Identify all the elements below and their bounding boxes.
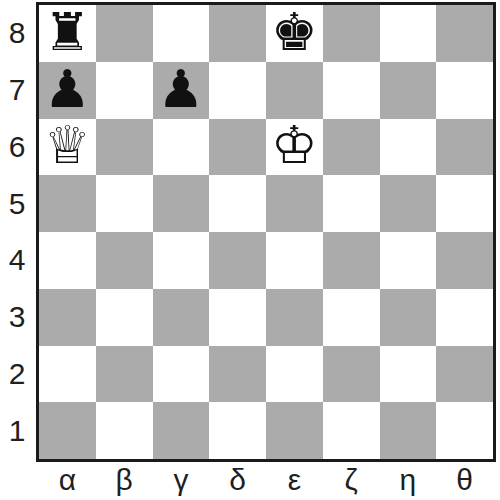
square-η2[interactable] — [380, 346, 437, 403]
square-δ5[interactable] — [209, 175, 266, 232]
square-δ4[interactable] — [209, 232, 266, 289]
file-label-α: α — [39, 462, 96, 498]
square-η5[interactable] — [380, 175, 437, 232]
rank-labels: 87654321 — [0, 5, 34, 459]
square-β7[interactable] — [96, 62, 153, 119]
square-γ2[interactable] — [153, 346, 210, 403]
file-label-ε: ε — [266, 462, 323, 498]
square-γ7[interactable]: ♟ — [153, 62, 210, 119]
square-α5[interactable] — [39, 175, 96, 232]
file-labels: αβγδεζηθ — [39, 462, 493, 498]
file-label-δ: δ — [209, 462, 266, 498]
square-ζ6[interactable] — [323, 119, 380, 176]
rank-label-5: 5 — [0, 175, 34, 232]
file-label-β: β — [96, 462, 153, 498]
rank-label-1: 1 — [0, 402, 34, 459]
rank-label-4: 4 — [0, 232, 34, 289]
file-label-θ: θ — [436, 462, 493, 498]
square-θ8[interactable] — [436, 5, 493, 62]
square-γ3[interactable] — [153, 289, 210, 346]
square-ζ5[interactable] — [323, 175, 380, 232]
square-β3[interactable] — [96, 289, 153, 346]
square-ζ4[interactable] — [323, 232, 380, 289]
square-α2[interactable] — [39, 346, 96, 403]
square-η6[interactable] — [380, 119, 437, 176]
square-γ4[interactable] — [153, 232, 210, 289]
square-γ5[interactable] — [153, 175, 210, 232]
square-β8[interactable] — [96, 5, 153, 62]
square-δ3[interactable] — [209, 289, 266, 346]
square-ε2[interactable] — [266, 346, 323, 403]
square-ζ7[interactable] — [323, 62, 380, 119]
rank-label-8: 8 — [0, 5, 34, 62]
square-η8[interactable] — [380, 5, 437, 62]
square-δ8[interactable] — [209, 5, 266, 62]
square-ε6[interactable]: ♔ — [266, 119, 323, 176]
square-γ6[interactable] — [153, 119, 210, 176]
square-δ2[interactable] — [209, 346, 266, 403]
square-β5[interactable] — [96, 175, 153, 232]
square-ζ3[interactable] — [323, 289, 380, 346]
square-ζ2[interactable] — [323, 346, 380, 403]
square-η3[interactable] — [380, 289, 437, 346]
chess-board: ♜♚♟♟♕♔ — [36, 2, 496, 462]
square-θ1[interactable] — [436, 402, 493, 459]
rank-label-3: 3 — [0, 289, 34, 346]
piece-black-king[interactable]: ♚ — [266, 5, 323, 62]
square-α1[interactable] — [39, 402, 96, 459]
piece-black-rook[interactable]: ♜ — [39, 5, 96, 62]
square-ζ8[interactable] — [323, 5, 380, 62]
square-ε7[interactable] — [266, 62, 323, 119]
chess-diagram: 87654321 ♜♚♟♟♕♔ αβγδεζηθ — [0, 0, 500, 500]
square-θ6[interactable] — [436, 119, 493, 176]
file-label-γ: γ — [153, 462, 210, 498]
square-β2[interactable] — [96, 346, 153, 403]
square-δ7[interactable] — [209, 62, 266, 119]
piece-black-pawn[interactable]: ♟ — [39, 62, 96, 119]
rank-label-6: 6 — [0, 119, 34, 176]
square-η7[interactable] — [380, 62, 437, 119]
square-α3[interactable] — [39, 289, 96, 346]
square-β1[interactable] — [96, 402, 153, 459]
file-label-η: η — [380, 462, 437, 498]
square-θ5[interactable] — [436, 175, 493, 232]
piece-white-king[interactable]: ♔ — [266, 119, 323, 176]
rank-label-7: 7 — [0, 62, 34, 119]
square-ε8[interactable]: ♚ — [266, 5, 323, 62]
square-γ1[interactable] — [153, 402, 210, 459]
square-α4[interactable] — [39, 232, 96, 289]
square-β6[interactable] — [96, 119, 153, 176]
square-ζ1[interactable] — [323, 402, 380, 459]
square-θ4[interactable] — [436, 232, 493, 289]
square-ε5[interactable] — [266, 175, 323, 232]
square-ε1[interactable] — [266, 402, 323, 459]
square-η4[interactable] — [380, 232, 437, 289]
square-ε3[interactable] — [266, 289, 323, 346]
square-α8[interactable]: ♜ — [39, 5, 96, 62]
piece-white-queen[interactable]: ♕ — [39, 119, 96, 176]
square-θ3[interactable] — [436, 289, 493, 346]
piece-black-pawn[interactable]: ♟ — [153, 62, 210, 119]
square-γ8[interactable] — [153, 5, 210, 62]
file-label-ζ: ζ — [323, 462, 380, 498]
rank-label-2: 2 — [0, 346, 34, 403]
square-α7[interactable]: ♟ — [39, 62, 96, 119]
square-θ2[interactable] — [436, 346, 493, 403]
square-δ6[interactable] — [209, 119, 266, 176]
square-δ1[interactable] — [209, 402, 266, 459]
square-β4[interactable] — [96, 232, 153, 289]
square-θ7[interactable] — [436, 62, 493, 119]
square-η1[interactable] — [380, 402, 437, 459]
square-α6[interactable]: ♕ — [39, 119, 96, 176]
square-ε4[interactable] — [266, 232, 323, 289]
